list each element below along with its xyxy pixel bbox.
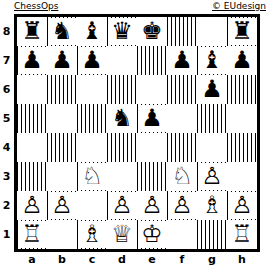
black-pawn[interactable]: ♟: [19, 47, 46, 74]
square-a3[interactable]: [17, 162, 47, 191]
square-d8[interactable]: ♛: [107, 17, 137, 46]
square-a5[interactable]: [17, 104, 47, 133]
black-pawn[interactable]: ♟: [229, 47, 256, 74]
square-c3[interactable]: ♘: [77, 162, 107, 191]
square-c1[interactable]: ♗: [77, 220, 107, 249]
square-g5[interactable]: [197, 104, 227, 133]
square-h4[interactable]: [227, 133, 257, 162]
file-label-e: e: [137, 253, 167, 266]
square-c8[interactable]: ♝: [77, 17, 107, 46]
black-king[interactable]: ♚: [139, 18, 166, 45]
white-pawn[interactable]: ♙: [229, 192, 256, 219]
white-knight[interactable]: ♘: [79, 163, 106, 190]
square-h3[interactable]: [227, 162, 257, 191]
square-g3[interactable]: ♙: [197, 162, 227, 191]
square-f6[interactable]: [167, 75, 197, 104]
white-queen[interactable]: ♕: [109, 221, 136, 248]
black-knight[interactable]: ♞: [49, 18, 76, 45]
file-label-c: c: [77, 253, 107, 266]
square-h8[interactable]: ♜: [227, 17, 257, 46]
rank-label-5: 5: [0, 104, 13, 133]
file-label-b: b: [47, 253, 77, 266]
square-c2[interactable]: [77, 191, 107, 220]
square-h5[interactable]: [227, 104, 257, 133]
black-pawn[interactable]: ♟: [79, 47, 106, 74]
square-h6[interactable]: [227, 75, 257, 104]
square-d4[interactable]: [107, 133, 137, 162]
square-e8[interactable]: ♚: [137, 17, 167, 46]
rank-label-1: 1: [0, 220, 13, 249]
file-label-d: d: [107, 253, 137, 266]
file-label-a: a: [17, 253, 47, 266]
white-pawn[interactable]: ♙: [19, 192, 46, 219]
chess-board-frame: ♜♞♝♛♚♜♟♟♟♟♝♟♟♞♟♘♘♙♙♙♙♙♙♗♙♖♗♕♔♖: [14, 14, 260, 252]
rank-label-8: 8: [0, 17, 13, 46]
square-b8[interactable]: ♞: [47, 17, 77, 46]
square-e4[interactable]: [137, 133, 167, 162]
square-d5[interactable]: ♞: [107, 104, 137, 133]
square-d6[interactable]: [107, 75, 137, 104]
square-e7[interactable]: [137, 46, 167, 75]
square-b3[interactable]: [47, 162, 77, 191]
chess-board[interactable]: ♜♞♝♛♚♜♟♟♟♟♝♟♟♞♟♘♘♙♙♙♙♙♙♗♙♖♗♕♔♖: [17, 17, 257, 249]
square-g4[interactable]: [197, 133, 227, 162]
square-b1[interactable]: [47, 220, 77, 249]
square-d3[interactable]: [107, 162, 137, 191]
square-e3[interactable]: [137, 162, 167, 191]
white-pawn[interactable]: ♙: [139, 192, 166, 219]
square-h2[interactable]: ♙: [227, 191, 257, 220]
square-c5[interactable]: [77, 104, 107, 133]
square-f1[interactable]: [167, 220, 197, 249]
square-a4[interactable]: [17, 133, 47, 162]
square-f2[interactable]: ♙: [167, 191, 197, 220]
square-f8[interactable]: [167, 17, 197, 46]
square-f7[interactable]: ♟: [167, 46, 197, 75]
white-pawn[interactable]: ♙: [169, 192, 196, 219]
black-bishop[interactable]: ♝: [79, 18, 106, 45]
black-pawn[interactable]: ♟: [139, 105, 166, 132]
square-a8[interactable]: ♜: [17, 17, 47, 46]
black-pawn[interactable]: ♟: [49, 47, 76, 74]
rank-label-3: 3: [0, 162, 13, 191]
square-g1[interactable]: [197, 220, 227, 249]
square-a6[interactable]: [17, 75, 47, 104]
square-c7[interactable]: ♟: [77, 46, 107, 75]
white-knight[interactable]: ♘: [169, 163, 196, 190]
file-label-g: g: [197, 253, 227, 266]
black-pawn[interactable]: ♟: [169, 47, 196, 74]
square-f3[interactable]: ♘: [167, 162, 197, 191]
square-d2[interactable]: ♙: [107, 191, 137, 220]
square-g8[interactable]: [197, 17, 227, 46]
square-d7[interactable]: [107, 46, 137, 75]
square-b6[interactable]: [47, 75, 77, 104]
file-labels: abcdefgh: [17, 253, 257, 266]
square-a2[interactable]: ♙: [17, 191, 47, 220]
square-b2[interactable]: ♙: [47, 191, 77, 220]
white-king[interactable]: ♔: [139, 221, 166, 248]
square-b4[interactable]: [47, 133, 77, 162]
square-e6[interactable]: [137, 75, 167, 104]
square-g6[interactable]: ♟: [197, 75, 227, 104]
square-d1[interactable]: ♕: [107, 220, 137, 249]
white-rook[interactable]: ♖: [19, 221, 46, 248]
square-g2[interactable]: ♗: [197, 191, 227, 220]
black-queen[interactable]: ♛: [109, 18, 136, 45]
black-knight[interactable]: ♞: [109, 105, 136, 132]
square-c6[interactable]: [77, 75, 107, 104]
white-rook[interactable]: ♖: [229, 221, 256, 248]
square-a1[interactable]: ♖: [17, 220, 47, 249]
square-e2[interactable]: ♙: [137, 191, 167, 220]
square-h1[interactable]: ♖: [227, 220, 257, 249]
square-e5[interactable]: ♟: [137, 104, 167, 133]
file-label-f: f: [167, 253, 197, 266]
chessops-window: ChessOps © EUdesign ♜♞♝♛♚♜♟♟♟♟♝♟♟♞♟♘♘♙♙♙…: [0, 0, 270, 270]
square-g7[interactable]: ♝: [197, 46, 227, 75]
white-bishop[interactable]: ♗: [79, 221, 106, 248]
square-e1[interactable]: ♔: [137, 220, 167, 249]
rank-label-6: 6: [0, 75, 13, 104]
black-rook[interactable]: ♜: [19, 18, 46, 45]
white-pawn[interactable]: ♙: [109, 192, 136, 219]
app-title: ChessOps: [14, 1, 58, 11]
rank-labels: 87654321: [0, 17, 13, 249]
white-pawn[interactable]: ♙: [49, 192, 76, 219]
white-bishop[interactable]: ♗: [199, 192, 226, 219]
square-b5[interactable]: [47, 104, 77, 133]
black-rook[interactable]: ♜: [229, 18, 256, 45]
square-h7[interactable]: ♟: [227, 46, 257, 75]
square-f4[interactable]: [167, 133, 197, 162]
credit-text: © EUdesign: [212, 1, 266, 11]
rank-label-4: 4: [0, 133, 13, 162]
rank-label-7: 7: [0, 46, 13, 75]
file-label-h: h: [227, 253, 257, 266]
rank-label-2: 2: [0, 191, 13, 220]
square-b7[interactable]: ♟: [47, 46, 77, 75]
square-f5[interactable]: [167, 104, 197, 133]
square-a7[interactable]: ♟: [17, 46, 47, 75]
square-c4[interactable]: [77, 133, 107, 162]
black-pawn[interactable]: ♟: [199, 76, 226, 103]
white-pawn[interactable]: ♙: [199, 163, 226, 190]
black-bishop[interactable]: ♝: [199, 47, 226, 74]
